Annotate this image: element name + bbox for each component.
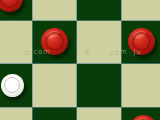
white-checker-piece[interactable] bbox=[1, 74, 24, 97]
board-square[interactable] bbox=[32, 64, 77, 107]
board-square[interactable] bbox=[0, 21, 32, 64]
checkers-board-viewport: ic.com C .com Ju bbox=[0, 0, 160, 120]
board-square[interactable] bbox=[121, 64, 160, 107]
board-square[interactable] bbox=[32, 0, 77, 21]
red-checker-piece[interactable] bbox=[128, 28, 155, 55]
board-square[interactable] bbox=[77, 64, 122, 107]
board-square[interactable] bbox=[77, 107, 122, 120]
red-checker-piece[interactable] bbox=[41, 28, 68, 55]
board-square[interactable] bbox=[32, 107, 77, 120]
checkers-board bbox=[0, 0, 160, 120]
board-square[interactable] bbox=[121, 0, 160, 21]
board-square[interactable] bbox=[77, 0, 122, 21]
board-square[interactable] bbox=[77, 21, 122, 64]
board-square[interactable] bbox=[0, 107, 32, 120]
